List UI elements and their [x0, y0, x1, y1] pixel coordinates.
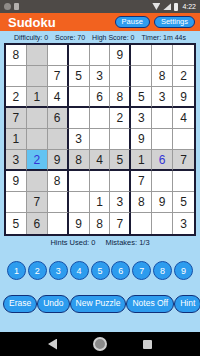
cell-r6c6[interactable]: 5: [110, 150, 131, 171]
cell-r3c3[interactable]: 4: [48, 87, 69, 108]
cell-r8c6[interactable]: 3: [110, 192, 131, 213]
cell-r8c7[interactable]: 8: [131, 192, 152, 213]
cell-r8c5[interactable]: 1: [90, 192, 111, 213]
cell-r4c6[interactable]: 2: [110, 108, 131, 129]
battery-icon: [174, 3, 178, 11]
cell-r9c6[interactable]: 7: [110, 213, 131, 234]
pause-button[interactable]: Pause: [115, 16, 150, 29]
cell-r8c8[interactable]: 9: [152, 192, 173, 213]
hints-mistakes-bar: Hints Used: 0 Mistakes: 1/3: [0, 236, 200, 249]
cell-r5c2[interactable]: [27, 129, 48, 150]
erase-button[interactable]: Erase: [3, 295, 37, 313]
page-title: Sudoku: [8, 15, 56, 30]
wifi-icon: [152, 3, 160, 10]
undo-button[interactable]: Undo: [37, 295, 69, 313]
notification-icon: [4, 3, 11, 10]
cell-r4c2[interactable]: [27, 108, 48, 129]
cell-r9c9[interactable]: 3: [173, 213, 194, 234]
cell-r5c6[interactable]: [110, 129, 131, 150]
cell-r1c7[interactable]: [131, 45, 152, 66]
app-header: Sudoku Pause Settings: [0, 13, 200, 31]
sudoku-board: 8975382214685397623413932984516798771389…: [4, 43, 196, 236]
cell-r5c7[interactable]: 9: [131, 129, 152, 150]
num-button-7[interactable]: 7: [132, 261, 151, 280]
num-button-6[interactable]: 6: [111, 261, 130, 280]
cell-r8c2[interactable]: 7: [27, 192, 48, 213]
cell-r4c4[interactable]: [69, 108, 90, 129]
cell-r4c8[interactable]: [152, 108, 173, 129]
difficulty-stat: Difficulty: 0: [14, 34, 48, 41]
mistakes-stat: Mistakes: 1/3: [105, 238, 149, 247]
cell-r7c8[interactable]: [152, 171, 173, 192]
action-buttons-bar: EraseUndoNew PuzzleNotes OffHint: [0, 295, 200, 313]
cell-r1c9[interactable]: [173, 45, 194, 66]
cell-signal-icon: [163, 3, 171, 10]
num-button-3[interactable]: 3: [49, 261, 68, 280]
cell-r3c8[interactable]: 3: [152, 87, 173, 108]
cell-r3c7[interactable]: 5: [131, 87, 152, 108]
cell-r1c6[interactable]: 9: [110, 45, 131, 66]
high-score-stat: High Score: 0: [92, 34, 134, 41]
cell-r7c7[interactable]: 7: [131, 171, 152, 192]
cell-r5c1[interactable]: 1: [6, 129, 27, 150]
cell-r2c3[interactable]: 7: [48, 66, 69, 87]
cell-r2c2[interactable]: [27, 66, 48, 87]
cell-r2c5[interactable]: 3: [90, 66, 111, 87]
home-icon[interactable]: [93, 337, 107, 351]
cell-r2c6[interactable]: [110, 66, 131, 87]
cell-r6c1[interactable]: 3: [6, 150, 27, 171]
cell-r3c6[interactable]: 8: [110, 87, 131, 108]
android-nav-bar: [0, 332, 200, 356]
cell-r8c1[interactable]: [6, 192, 27, 213]
hints-used-stat: Hints Used: 0: [50, 238, 95, 247]
cell-r1c2[interactable]: [27, 45, 48, 66]
cell-r6c7[interactable]: 1: [131, 150, 152, 171]
cell-r9c5[interactable]: 8: [90, 213, 111, 234]
cell-r3c1[interactable]: 2: [6, 87, 27, 108]
cell-r4c1[interactable]: 7: [6, 108, 27, 129]
cell-r2c9[interactable]: 2: [173, 66, 194, 87]
cell-r1c3[interactable]: [48, 45, 69, 66]
cell-r4c7[interactable]: 3: [131, 108, 152, 129]
clock-time: 4:22: [182, 3, 196, 10]
recents-icon[interactable]: [143, 340, 152, 349]
cell-r9c1[interactable]: 5: [6, 213, 27, 234]
cell-r6c3[interactable]: 9: [48, 150, 69, 171]
cell-r7c5[interactable]: [90, 171, 111, 192]
cell-r3c9[interactable]: 9: [173, 87, 194, 108]
timer-stat: Timer: 1m 44s: [142, 34, 186, 41]
cell-r1c4[interactable]: [69, 45, 90, 66]
cell-r8c3[interactable]: [48, 192, 69, 213]
cell-r1c8[interactable]: [152, 45, 173, 66]
cell-r9c7[interactable]: [131, 213, 152, 234]
cell-r7c6[interactable]: [110, 171, 131, 192]
cell-r6c5[interactable]: 4: [90, 150, 111, 171]
cell-r5c5[interactable]: [90, 129, 111, 150]
cell-r7c2[interactable]: [27, 171, 48, 192]
cell-r8c9[interactable]: 5: [173, 192, 194, 213]
cell-r7c9[interactable]: [173, 171, 194, 192]
cell-r4c3[interactable]: 6: [48, 108, 69, 129]
cell-r7c3[interactable]: 8: [48, 171, 69, 192]
cell-r6c4[interactable]: 8: [69, 150, 90, 171]
back-icon[interactable]: [48, 339, 57, 350]
num-button-5[interactable]: 5: [91, 261, 110, 280]
cell-r4c9[interactable]: 4: [173, 108, 194, 129]
cell-r9c3[interactable]: [48, 213, 69, 234]
cell-r5c4[interactable]: 3: [69, 129, 90, 150]
cell-r6c8[interactable]: 6: [152, 150, 173, 171]
cell-r2c8[interactable]: 8: [152, 66, 173, 87]
cell-r5c3[interactable]: [48, 129, 69, 150]
cell-r5c8[interactable]: [152, 129, 173, 150]
score-stat: Score: 70: [55, 34, 85, 41]
settings-button[interactable]: Settings: [154, 16, 195, 29]
num-button-2[interactable]: 2: [28, 261, 47, 280]
cell-r9c4[interactable]: 9: [69, 213, 90, 234]
cell-r8c4[interactable]: [69, 192, 90, 213]
cell-r6c2[interactable]: 2: [27, 150, 48, 171]
cell-r2c4[interactable]: 5: [69, 66, 90, 87]
hint-button[interactable]: Hint: [174, 295, 200, 313]
cell-r7c4[interactable]: [69, 171, 90, 192]
cell-r2c7[interactable]: [131, 66, 152, 87]
cell-r3c2[interactable]: 1: [27, 87, 48, 108]
cell-r3c5[interactable]: 6: [90, 87, 111, 108]
cell-r7c1[interactable]: 9: [6, 171, 27, 192]
num-button-8[interactable]: 8: [153, 261, 172, 280]
cell-r4c5[interactable]: [90, 108, 111, 129]
phone-screen: 4:22 Sudoku Pause Settings Difficulty: 0…: [0, 0, 200, 356]
cell-r9c2[interactable]: 6: [27, 213, 48, 234]
cell-r5c9[interactable]: [173, 129, 194, 150]
num-button-9[interactable]: 9: [174, 261, 193, 280]
number-pad: 123456789: [0, 261, 200, 280]
num-button-4[interactable]: 4: [70, 261, 89, 280]
num-button-1[interactable]: 1: [7, 261, 26, 280]
cell-r1c1[interactable]: 8: [6, 45, 27, 66]
game-stats-bar: Difficulty: 0 Score: 70 High Score: 0 Ti…: [0, 31, 200, 43]
notes-off-button[interactable]: Notes Off: [126, 295, 174, 313]
new-puzzle-button[interactable]: New Puzzle: [70, 295, 127, 313]
cell-r6c9[interactable]: 7: [173, 150, 194, 171]
cell-r1c5[interactable]: [90, 45, 111, 66]
notification-icon-2: [14, 3, 19, 10]
cell-r3c4[interactable]: [69, 87, 90, 108]
cell-r2c1[interactable]: [6, 66, 27, 87]
cell-r9c8[interactable]: [152, 213, 173, 234]
status-bar: 4:22: [0, 0, 200, 13]
